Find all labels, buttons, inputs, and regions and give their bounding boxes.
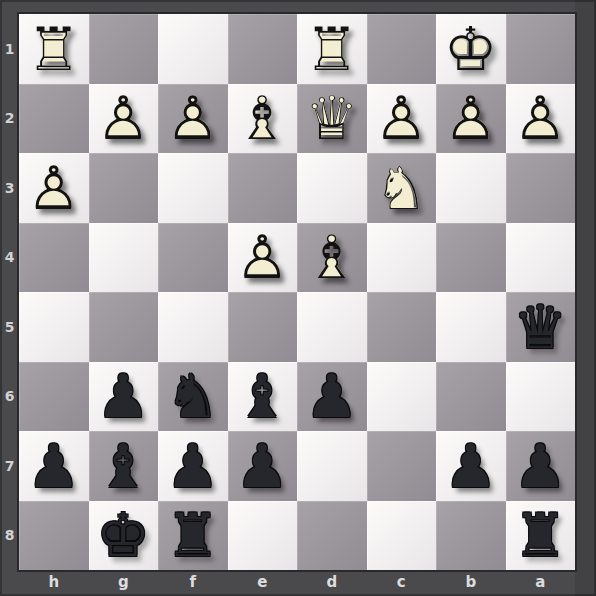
square-e4[interactable]: ♟♙ <box>228 223 298 293</box>
white-pawn-piece[interactable]: ♟♙ <box>19 153 89 223</box>
white-knight-piece[interactable]: ♞♘ <box>367 153 437 223</box>
square-f7[interactable]: ♟ <box>158 431 228 501</box>
square-h2[interactable] <box>19 84 89 154</box>
square-a5[interactable]: ♛ <box>506 292 576 362</box>
piece-fill: ♞ <box>158 362 228 432</box>
square-d5[interactable] <box>297 292 367 362</box>
piece-fill: ♟ <box>158 431 228 501</box>
file-label-e: e <box>228 570 298 596</box>
square-h1[interactable]: ♜♖ <box>19 14 89 84</box>
white-pawn-piece[interactable]: ♟♙ <box>436 84 506 154</box>
white-pawn-piece[interactable]: ♟♙ <box>506 84 576 154</box>
square-h3[interactable]: ♟♙ <box>19 153 89 223</box>
square-h8[interactable] <box>19 501 89 571</box>
rank-label-4: 4 <box>0 223 19 293</box>
square-h5[interactable] <box>19 292 89 362</box>
square-b3[interactable] <box>436 153 506 223</box>
square-b8[interactable] <box>436 501 506 571</box>
piece-fill: ♛ <box>506 292 576 362</box>
piece-fill: ♝ <box>89 431 159 501</box>
square-a2[interactable]: ♟♙ <box>506 84 576 154</box>
square-g1[interactable] <box>89 14 159 84</box>
square-b4[interactable] <box>436 223 506 293</box>
piece-fill: ♝ <box>228 362 298 432</box>
white-pawn-piece[interactable]: ♟♙ <box>158 84 228 154</box>
square-h6[interactable] <box>19 362 89 432</box>
square-f3[interactable] <box>158 153 228 223</box>
piece-outline: ♗ <box>297 223 367 293</box>
square-d4[interactable]: ♝♗ <box>297 223 367 293</box>
square-e5[interactable] <box>228 292 298 362</box>
square-g8[interactable]: ♚ <box>89 501 159 571</box>
piece-outline: ♕ <box>297 84 367 154</box>
rank-label-1: 1 <box>0 14 19 84</box>
square-e3[interactable] <box>228 153 298 223</box>
square-b2[interactable]: ♟♙ <box>436 84 506 154</box>
black-rook-piece[interactable]: ♜ <box>158 501 228 571</box>
white-rook-piece[interactable]: ♜♖ <box>297 14 367 84</box>
piece-outline: ♙ <box>367 84 437 154</box>
piece-fill: ♟ <box>436 431 506 501</box>
black-pawn-piece[interactable]: ♟ <box>89 362 159 432</box>
square-h7[interactable]: ♟ <box>19 431 89 501</box>
square-d7[interactable] <box>297 431 367 501</box>
square-e1[interactable] <box>228 14 298 84</box>
file-label-h: h <box>19 570 89 596</box>
square-f1[interactable] <box>158 14 228 84</box>
piece-fill: ♜ <box>506 501 576 571</box>
white-king-piece[interactable]: ♚♔ <box>436 14 506 84</box>
chess-board: ♜♖♜♖♚♔♟♙♟♙♝♗♛♕♟♙♟♙♟♙♟♙♞♘♟♙♝♗♛♟♞♝♟♟♝♟♟♟♟♚… <box>19 14 575 570</box>
square-c3[interactable]: ♞♘ <box>367 153 437 223</box>
piece-fill: ♟ <box>89 362 159 432</box>
square-c8[interactable] <box>367 501 437 571</box>
square-a8[interactable]: ♜ <box>506 501 576 571</box>
white-pawn-piece[interactable]: ♟♙ <box>89 84 159 154</box>
piece-outline: ♖ <box>19 14 89 84</box>
black-knight-piece[interactable]: ♞ <box>158 362 228 432</box>
rank-label-2: 2 <box>0 84 19 154</box>
square-g3[interactable] <box>89 153 159 223</box>
piece-outline: ♘ <box>367 153 437 223</box>
rank-labels: 12345678 <box>0 14 19 570</box>
square-g5[interactable] <box>89 292 159 362</box>
square-h4[interactable] <box>19 223 89 293</box>
piece-outline: ♔ <box>436 14 506 84</box>
rank-label-5: 5 <box>0 292 19 362</box>
file-labels: hgfedcba <box>19 570 575 596</box>
square-c6[interactable] <box>367 362 437 432</box>
black-pawn-piece[interactable]: ♟ <box>506 431 576 501</box>
piece-outline: ♖ <box>297 14 367 84</box>
square-d6[interactable]: ♟ <box>297 362 367 432</box>
piece-outline: ♙ <box>19 153 89 223</box>
piece-outline: ♙ <box>89 84 159 154</box>
square-a1[interactable] <box>506 14 576 84</box>
black-rook-piece[interactable]: ♜ <box>506 501 576 571</box>
black-bishop-piece[interactable]: ♝ <box>228 362 298 432</box>
black-queen-piece[interactable]: ♛ <box>506 292 576 362</box>
file-label-g: g <box>89 570 159 596</box>
rank-label-3: 3 <box>0 153 19 223</box>
file-label-f: f <box>158 570 228 596</box>
black-pawn-piece[interactable]: ♟ <box>228 431 298 501</box>
board-frame-right-shade <box>575 0 596 596</box>
square-c5[interactable] <box>367 292 437 362</box>
piece-outline: ♗ <box>228 84 298 154</box>
square-a3[interactable] <box>506 153 576 223</box>
black-pawn-piece[interactable]: ♟ <box>19 431 89 501</box>
white-pawn-piece[interactable]: ♟♙ <box>367 84 437 154</box>
square-g2[interactable]: ♟♙ <box>89 84 159 154</box>
black-bishop-piece[interactable]: ♝ <box>89 431 159 501</box>
square-c1[interactable] <box>367 14 437 84</box>
file-label-c: c <box>367 570 437 596</box>
square-g7[interactable]: ♝ <box>89 431 159 501</box>
black-king-piece[interactable]: ♚ <box>89 501 159 571</box>
white-pawn-piece[interactable]: ♟♙ <box>228 223 298 293</box>
square-f8[interactable]: ♜ <box>158 501 228 571</box>
file-label-d: d <box>297 570 367 596</box>
square-b6[interactable] <box>436 362 506 432</box>
square-f2[interactable]: ♟♙ <box>158 84 228 154</box>
square-d8[interactable] <box>297 501 367 571</box>
square-c2[interactable]: ♟♙ <box>367 84 437 154</box>
piece-fill: ♟ <box>506 431 576 501</box>
square-a7[interactable]: ♟ <box>506 431 576 501</box>
square-d1[interactable]: ♜♖ <box>297 14 367 84</box>
white-rook-piece[interactable]: ♜♖ <box>19 14 89 84</box>
chess-app-frame: 12345678 ♜♖♜♖♚♔♟♙♟♙♝♗♛♕♟♙♟♙♟♙♟♙♞♘♟♙♝♗♛♟♞… <box>0 0 596 596</box>
piece-outline: ♙ <box>158 84 228 154</box>
rank-label-6: 6 <box>0 362 19 432</box>
square-a6[interactable] <box>506 362 576 432</box>
piece-fill: ♚ <box>89 501 159 571</box>
square-c7[interactable] <box>367 431 437 501</box>
file-label-b: b <box>436 570 506 596</box>
square-e2[interactable]: ♝♗ <box>228 84 298 154</box>
piece-fill: ♟ <box>228 431 298 501</box>
rank-label-7: 7 <box>0 431 19 501</box>
file-label-a: a <box>506 570 576 596</box>
square-e7[interactable]: ♟ <box>228 431 298 501</box>
square-g6[interactable]: ♟ <box>89 362 159 432</box>
rank-label-8: 8 <box>0 501 19 571</box>
white-bishop-piece[interactable]: ♝♗ <box>297 223 367 293</box>
square-f5[interactable] <box>158 292 228 362</box>
square-e8[interactable] <box>228 501 298 571</box>
square-d3[interactable] <box>297 153 367 223</box>
piece-fill: ♟ <box>19 431 89 501</box>
square-b7[interactable]: ♟ <box>436 431 506 501</box>
piece-outline: ♙ <box>506 84 576 154</box>
square-a4[interactable] <box>506 223 576 293</box>
white-bishop-piece[interactable]: ♝♗ <box>228 84 298 154</box>
black-pawn-piece[interactable]: ♟ <box>158 431 228 501</box>
black-pawn-piece[interactable]: ♟ <box>297 362 367 432</box>
white-queen-piece[interactable]: ♛♕ <box>297 84 367 154</box>
black-pawn-piece[interactable]: ♟ <box>436 431 506 501</box>
piece-outline: ♙ <box>436 84 506 154</box>
piece-fill: ♜ <box>158 501 228 571</box>
square-f4[interactable] <box>158 223 228 293</box>
square-b5[interactable] <box>436 292 506 362</box>
piece-outline: ♙ <box>228 223 298 293</box>
piece-fill: ♟ <box>297 362 367 432</box>
square-g4[interactable] <box>89 223 159 293</box>
square-b1[interactable]: ♚♔ <box>436 14 506 84</box>
square-e6[interactable]: ♝ <box>228 362 298 432</box>
square-d2[interactable]: ♛♕ <box>297 84 367 154</box>
square-f6[interactable]: ♞ <box>158 362 228 432</box>
square-c4[interactable] <box>367 223 437 293</box>
